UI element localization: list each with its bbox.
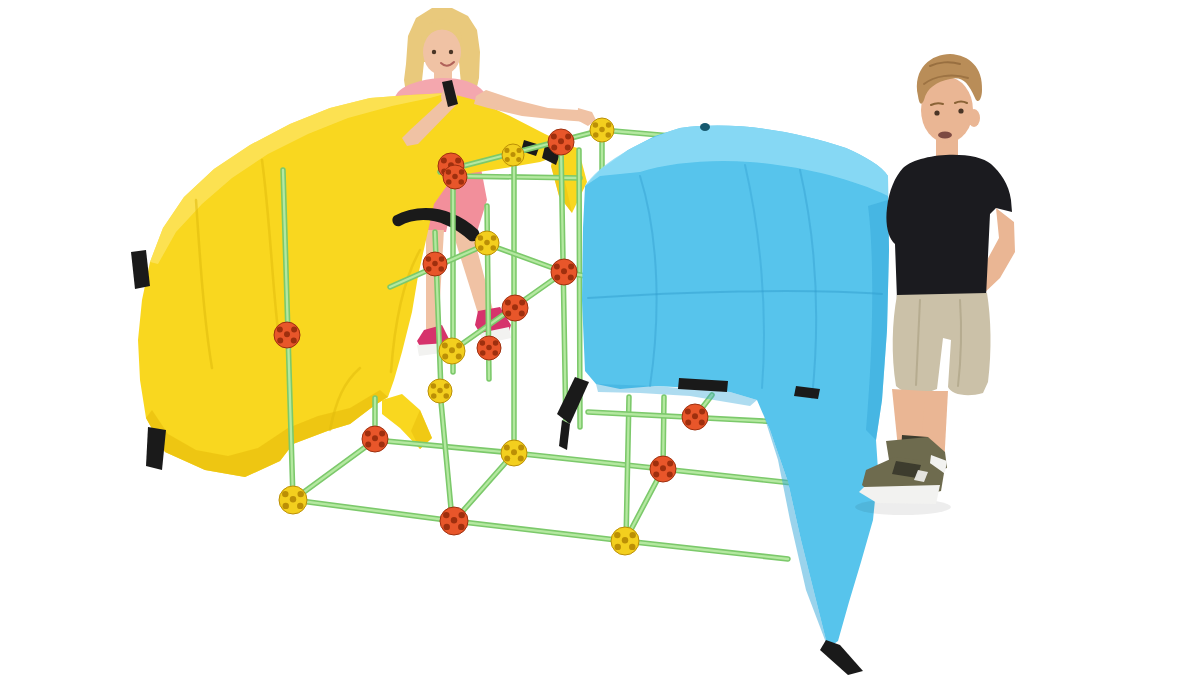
- blue-strap-left: [557, 377, 589, 424]
- fort-ball-7: [551, 259, 577, 285]
- yellow-velcro-tab-bottom: [146, 427, 166, 470]
- fort-rod-19: [514, 453, 663, 469]
- fort-ball-3: [548, 129, 574, 155]
- fort-rod-17: [625, 541, 788, 559]
- fort-ball-4: [590, 118, 614, 142]
- fort-ball-5: [475, 231, 499, 255]
- fort-ball-11: [274, 322, 300, 348]
- fort-ball-1: [443, 165, 467, 189]
- fort-rod-15: [293, 500, 454, 521]
- yellow-velcro-tab-top: [131, 250, 150, 289]
- girl-face: [423, 29, 461, 75]
- girl-eye-left: [432, 50, 436, 54]
- fort-ball-12: [279, 486, 307, 514]
- fort-rod-26: [626, 397, 629, 541]
- girl-eye-right: [449, 50, 453, 54]
- boy-ear: [968, 109, 980, 127]
- fort-ball-2: [502, 144, 524, 166]
- blue-strap-left-tail: [559, 420, 570, 450]
- boy-mouth: [938, 132, 952, 139]
- blue-bottom-strap: [820, 640, 863, 675]
- fort-rod-21: [293, 440, 375, 500]
- fort-ball-10: [477, 336, 501, 360]
- fort-ball-15: [428, 379, 452, 403]
- fort-ball-18: [650, 456, 676, 482]
- boy-eye-right: [958, 108, 963, 113]
- product-photo: [0, 0, 1200, 675]
- fort-ball-8: [502, 295, 528, 321]
- fort-ball-6: [423, 252, 447, 276]
- fort-ball-19: [682, 404, 708, 430]
- fort-ball-16: [440, 507, 468, 535]
- fort-rod-16: [454, 521, 625, 541]
- fort-ball-9: [439, 338, 465, 364]
- fort-ball-14: [501, 440, 527, 466]
- boy-shorts: [893, 293, 991, 395]
- blue-sheet-eyelet: [700, 123, 710, 131]
- fort-rod-25: [440, 391, 452, 519]
- fort-ball-13: [362, 426, 388, 452]
- boy-eye-left: [934, 110, 939, 115]
- fort-ball-17: [611, 527, 639, 555]
- fort-kit-scene: [0, 0, 1200, 675]
